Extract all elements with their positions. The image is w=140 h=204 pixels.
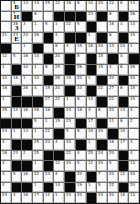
cell-r16-c11[interactable]: 12 — [119, 172, 129, 182]
cell-number: 16 — [2, 86, 7, 90]
cell-r3-c5[interactable]: 4 — [54, 33, 64, 43]
cell-number: 1 — [34, 183, 37, 187]
cell-r8-c10[interactable]: 27 — [108, 86, 118, 96]
cell-number: 4 — [130, 151, 133, 155]
cell-number: 2 — [23, 151, 26, 155]
cell-r10-c6[interactable]: 24 — [65, 108, 75, 118]
cell-r13-c6[interactable]: 20 — [65, 140, 75, 150]
cell-number: 16 — [2, 151, 7, 155]
cell-r12-c11[interactable]: 19 — [119, 129, 129, 139]
cell-r11-c6[interactable]: 23 — [65, 119, 75, 129]
cell-number: 16 — [23, 193, 28, 197]
cell-r14-c10[interactable]: 20 — [108, 151, 118, 161]
cell-number: 1 — [88, 140, 91, 144]
cell-r17-c3[interactable]: 1 — [33, 183, 43, 193]
cell-r18-c4[interactable]: 12 — [44, 193, 54, 203]
cell-r8-c9[interactable]: 22 — [97, 86, 107, 96]
cell-r10-c9[interactable]: 8 — [97, 108, 107, 118]
cell-r13-c0[interactable]: 4 — [1, 140, 11, 150]
cell-number: 10 — [77, 86, 82, 90]
cell-r12-c7[interactable]: 8 — [76, 129, 86, 139]
cell-number: 10 — [34, 76, 39, 80]
cell-r9-c5[interactable]: 22 — [54, 97, 64, 107]
cell-r7-c2[interactable]: 1 — [22, 76, 32, 86]
cell-r4-c9[interactable]: 20 — [97, 44, 107, 54]
cell-r6-c12[interactable]: 26 — [129, 65, 139, 75]
cell-r0-c0[interactable] — [1, 1, 11, 11]
cell-r1-c4[interactable] — [44, 12, 54, 22]
cell-r9-c4[interactable]: 27 — [44, 97, 54, 107]
cell-number: 20 — [130, 172, 135, 176]
cell-number: 1 — [55, 193, 58, 197]
cell-number: 16 — [23, 54, 28, 58]
cell-r1-c12[interactable]: 26 — [129, 12, 139, 22]
cell-r12-c3[interactable]: 1 — [33, 129, 43, 139]
cell-number: 8 — [77, 129, 80, 133]
cell-r5-c3[interactable]: 14 — [33, 54, 43, 64]
cell-r6-c10[interactable]: 4 — [108, 65, 118, 75]
cell-r4-c7[interactable]: 15 — [76, 44, 86, 54]
cell-number: 20 — [109, 172, 114, 176]
cell-r10-c4[interactable]: 16 — [44, 108, 54, 118]
cell-r4-c1[interactable] — [12, 44, 22, 54]
cell-number: 25 — [55, 65, 60, 69]
cell-number: 22 — [109, 183, 114, 187]
cell-r18-c9[interactable]: 24 — [97, 193, 107, 203]
cell-number: 20 — [109, 193, 114, 197]
cell-r0-c11[interactable]: 6 — [119, 1, 129, 11]
cell-r2-c3[interactable]: 1 — [33, 22, 43, 32]
cell-r16-c2[interactable]: 16 — [22, 172, 32, 182]
cell-r16-c10[interactable]: 20 — [108, 172, 118, 182]
cell-r7-c8[interactable]: 1 — [87, 76, 97, 86]
cell-r18-c11[interactable]: 16 — [119, 193, 129, 203]
cell-number: 15 — [45, 86, 50, 90]
cell-r14-c8[interactable]: 25 — [87, 151, 97, 161]
cell-r6-c9[interactable]: 15 — [97, 65, 107, 75]
cell-r17-c10[interactable]: 22 — [108, 183, 118, 193]
cell-r0-c6[interactable]: 16 — [65, 1, 75, 11]
cell-number: 1 — [13, 129, 16, 133]
cell-number: 26 — [55, 76, 60, 80]
cell-r0-c7[interactable]: 8 — [76, 1, 86, 11]
cell-r16-c3[interactable]: 22 — [33, 172, 43, 182]
cell-r0-c9[interactable]: 20 — [97, 1, 107, 11]
cell-r15-c7[interactable]: 5 — [76, 161, 86, 171]
cell-r15-c3[interactable]: 1 — [33, 161, 43, 171]
cell-number: 26 — [77, 65, 82, 69]
cell-r8-c5[interactable]: 20 — [54, 86, 64, 96]
black-cell-r14-c11 — [119, 151, 129, 161]
cell-r2-c7[interactable]: 5 — [76, 22, 86, 32]
cell-number: 6 — [120, 1, 123, 5]
cell-number: 13 — [109, 44, 114, 48]
cell-r7-c5[interactable]: 26 — [54, 76, 64, 86]
black-cell-r5-c10 — [108, 54, 118, 64]
cell-r2-c6[interactable]: 22 — [65, 22, 75, 32]
cell-number: 4 — [130, 108, 133, 112]
cell-number: 16 — [77, 108, 82, 112]
cell-r12-c9[interactable]: 20 — [97, 129, 107, 139]
cell-r4-c4[interactable] — [44, 44, 54, 54]
cell-r15-c5[interactable]: 12 — [54, 161, 64, 171]
cell-number: 20 — [109, 76, 114, 80]
cell-r18-c6[interactable]: 23 — [65, 193, 75, 203]
cell-r13-c4[interactable]: 20 — [44, 140, 54, 150]
cell-r4-c12[interactable]: 1 — [129, 44, 139, 54]
cell-r12-c12[interactable] — [129, 129, 139, 139]
cell-r16-c0[interactable]: 3 — [1, 172, 11, 182]
cell-r17-c5[interactable]: 14 — [54, 183, 64, 193]
cell-r12-c0[interactable]: 24 — [1, 129, 11, 139]
cell-r9-c12[interactable]: 19 — [129, 97, 139, 107]
cell-number: 4 — [120, 54, 123, 58]
cell-r10-c1[interactable]: 12 — [12, 108, 22, 118]
cell-r9-c6[interactable]: 1 — [65, 97, 75, 107]
cell-r7-c3[interactable]: 10 — [33, 76, 43, 86]
cell-r1-c10[interactable]: 8 — [108, 12, 118, 22]
black-cell-r11-c0 — [1, 119, 11, 129]
cell-r3-c0[interactable]: 21 — [1, 33, 11, 43]
cell-r6-c0[interactable]: 1 — [1, 65, 11, 75]
black-cell-r17-c11 — [119, 183, 129, 193]
cell-number: 1 — [2, 97, 5, 101]
cell-r11-c10[interactable]: 11 — [108, 119, 118, 129]
cell-r11-c4[interactable]: 1 — [44, 119, 54, 129]
black-cell-r1-c5 — [54, 12, 64, 22]
cell-number: 26 — [23, 86, 28, 90]
cell-r18-c0[interactable]: 24 — [1, 193, 11, 203]
cell-r3-c1[interactable]: 23Е — [12, 33, 22, 43]
cell-r10-c12[interactable]: 4 — [129, 108, 139, 118]
cell-r8-c0[interactable]: 16 — [1, 86, 11, 96]
cell-r0-c12[interactable]: 13 — [129, 1, 139, 11]
cell-number: 2 — [130, 119, 133, 123]
cell-r17-c12[interactable]: 20 — [129, 183, 139, 193]
black-cell-r6-c1 — [12, 65, 22, 75]
cell-number: 1 — [55, 22, 58, 26]
cell-r5-c7[interactable]: 5 — [76, 54, 86, 64]
cell-number: 23 — [45, 172, 50, 176]
cell-r4-c8[interactable]: 16 — [87, 44, 97, 54]
black-cell-r5-c12 — [129, 54, 139, 64]
cell-r15-c0[interactable]: 4 — [1, 161, 11, 171]
cell-r9-c8[interactable]: 14 — [87, 97, 97, 107]
cell-r6-c7[interactable]: 26 — [76, 65, 86, 75]
black-cell-r1-c6 — [65, 12, 75, 22]
cell-r13-c3[interactable]: 25 — [33, 140, 43, 150]
cell-r15-c10[interactable]: 5 — [108, 161, 118, 171]
cell-r16-c9[interactable]: 7 — [97, 172, 107, 182]
cell-number: 13 — [23, 1, 28, 5]
cell-r0-c10[interactable]: 22 — [108, 1, 118, 11]
cell-number: 27 — [109, 86, 114, 90]
black-cell-r6-c6 — [65, 65, 75, 75]
cell-number: 1 — [2, 65, 5, 69]
cell-number: 17 — [88, 119, 93, 123]
cell-number: 5 — [109, 161, 112, 165]
cell-r16-c5[interactable]: 4 — [54, 172, 64, 182]
cell-r17-c0[interactable]: 4 — [1, 183, 11, 193]
cell-number: 16 — [109, 140, 114, 144]
cell-r2-c1[interactable]: 26З — [12, 22, 22, 32]
cell-number: 21 — [2, 33, 7, 37]
cell-number: 24 — [98, 193, 103, 197]
cell-r2-c5[interactable]: 1 — [54, 22, 64, 32]
cell-r7-c6[interactable]: 15 — [65, 76, 75, 86]
cell-number: 5 — [13, 172, 16, 176]
cell-r4-c10[interactable]: 13 — [108, 44, 118, 54]
cell-r2-c12[interactable]: 14 — [129, 22, 139, 32]
black-cell-r9-c3 — [33, 97, 43, 107]
cell-r18-c12[interactable]: 12 — [129, 193, 139, 203]
cell-number: 20 — [66, 161, 71, 165]
cell-r15-c12[interactable]: 12 — [129, 161, 139, 171]
cell-r12-c4[interactable]: 22 — [44, 129, 54, 139]
cell-r5-c1[interactable]: 5 — [12, 54, 22, 64]
cell-r6-c5[interactable]: 25 — [54, 65, 64, 75]
cell-number: 20 — [77, 172, 82, 176]
black-cell-r9-c9 — [97, 97, 107, 107]
cell-number: 8 — [55, 44, 58, 48]
cell-r15-c8[interactable]: 12 — [87, 161, 97, 171]
cell-letter: Е — [12, 36, 22, 43]
cell-r4-c5[interactable]: 8 — [54, 44, 64, 54]
cell-r17-c8[interactable]: 1 — [87, 183, 97, 193]
cell-r18-c2[interactable]: 16 — [22, 193, 32, 203]
cell-r3-c10[interactable]: 8 — [108, 33, 118, 43]
cell-number: 15 — [55, 119, 60, 123]
cell-number: 8 — [98, 108, 101, 112]
cell-r13-c12[interactable]: 3 — [129, 140, 139, 150]
cell-r14-c12[interactable]: 4 — [129, 151, 139, 161]
cell-r11-c12[interactable]: 2 — [129, 119, 139, 129]
cell-number: 16 — [88, 44, 93, 48]
cell-r9-c7[interactable]: 8 — [76, 97, 86, 107]
black-cell-r6-c8 — [87, 65, 97, 75]
cell-r13-c8[interactable]: 1 — [87, 140, 97, 150]
black-cell-r2-c8 — [87, 22, 97, 32]
black-cell-r5-c8 — [87, 54, 97, 64]
black-cell-r8-c6 — [65, 86, 75, 96]
cell-number: 27 — [45, 97, 50, 101]
cell-r4-c6[interactable]: 4 — [65, 44, 75, 54]
cell-r11-c11[interactable]: 8 — [119, 119, 129, 129]
cell-r0-c1[interactable]: 5Б — [12, 1, 22, 11]
black-cell-r11-c1 — [12, 119, 22, 129]
black-cell-r13-c7 — [76, 140, 86, 150]
cell-r15-c6[interactable]: 20 — [65, 161, 75, 171]
cell-r2-c10[interactable]: 16 — [108, 22, 118, 32]
cell-r0-c8[interactable]: 10 — [87, 1, 97, 11]
cell-r7-c7[interactable]: 20 — [76, 76, 86, 86]
black-cell-r15-c4 — [44, 161, 54, 171]
cell-r3-c12[interactable]: 19 — [129, 33, 139, 43]
cell-r8-c3[interactable]: 4 — [33, 86, 43, 96]
cell-r10-c3[interactable]: 26 — [33, 108, 43, 118]
cell-r18-c7[interactable]: 20 — [76, 193, 86, 203]
cell-r18-c3[interactable]: 17 — [33, 193, 43, 203]
cell-r2-c9[interactable] — [97, 22, 107, 32]
cell-number: 11 — [109, 119, 114, 123]
cell-r5-c9[interactable]: 15 — [97, 54, 107, 64]
cell-number: 14 — [34, 54, 39, 58]
cell-r14-c6[interactable]: 22 — [65, 151, 75, 161]
black-cell-r17-c4 — [44, 183, 54, 193]
cell-r3-c2[interactable]: 24 — [22, 33, 32, 43]
cell-r13-c10[interactable]: 16 — [108, 140, 118, 150]
cell-r18-c10[interactable]: 20 — [108, 193, 118, 203]
cell-r10-c0[interactable]: 25 — [1, 108, 11, 118]
cell-r1-c0[interactable] — [1, 12, 11, 22]
cell-number: 20 — [77, 76, 82, 80]
cell-number: 12 — [45, 193, 50, 197]
cell-r10-c10[interactable]: 20 — [108, 108, 118, 118]
cell-r13-c11[interactable]: 17 — [119, 140, 129, 150]
cell-r10-c2[interactable]: 16 — [22, 108, 32, 118]
cell-r7-c0[interactable]: 10 — [1, 76, 11, 86]
cell-number: 15 — [77, 44, 82, 48]
cell-number: 8 — [77, 97, 80, 101]
cell-r17-c9[interactable]: 5 — [97, 183, 107, 193]
cell-r3-c3[interactable]: 26 — [33, 33, 43, 43]
cell-r1-c1[interactable]: 7И — [12, 12, 22, 22]
cell-r14-c9[interactable]: 24 — [97, 151, 107, 161]
cell-r16-c4[interactable]: 23 — [44, 172, 54, 182]
cell-number: 4 — [55, 140, 58, 144]
cell-r11-c3[interactable]: 5 — [33, 119, 43, 129]
cell-r2-c2[interactable]: 3 — [22, 22, 32, 32]
cell-r6-c4[interactable]: 8 — [44, 65, 54, 75]
cell-r12-c1[interactable]: 1 — [12, 129, 22, 139]
cell-r16-c1[interactable]: 5 — [12, 172, 22, 182]
cell-number: 1 — [23, 44, 26, 48]
cell-r1-c3[interactable]: 8 — [33, 12, 43, 22]
cell-number: 15 — [98, 65, 103, 69]
cell-r8-c12[interactable]: 15 — [129, 86, 139, 96]
cell-number: 4 — [13, 193, 16, 197]
cell-number: 12 — [13, 108, 18, 112]
cell-number: 26 — [34, 108, 39, 112]
cell-number: 20 — [55, 54, 60, 58]
cell-r8-c4[interactable]: 15 — [44, 86, 54, 96]
cell-r10-c11[interactable]: 13 — [119, 108, 129, 118]
cell-r12-c8[interactable]: 19 — [87, 129, 97, 139]
cell-number: 1 — [34, 22, 37, 26]
cell-r16-c7[interactable]: 20 — [76, 172, 86, 182]
cell-r7-c10[interactable]: 20 — [108, 76, 118, 86]
black-cell-r11-c9 — [97, 119, 107, 129]
cell-r10-c7[interactable]: 16 — [76, 108, 86, 118]
cell-r0-c3[interactable]: 14 — [33, 1, 43, 11]
cell-number: 26 — [130, 12, 135, 16]
cell-r5-c0[interactable]: 12 — [1, 54, 11, 64]
cell-r8-c2[interactable]: 26 — [22, 86, 32, 96]
cell-r14-c7[interactable]: 4 — [76, 151, 86, 161]
cell-r11-c8[interactable]: 17 — [87, 119, 97, 129]
cell-number: 20 — [98, 1, 103, 5]
cell-r12-c2[interactable]: 13 — [22, 129, 32, 139]
cell-r18-c5[interactable]: 1 — [54, 193, 64, 203]
cell-number: 20 — [98, 44, 103, 48]
cell-number: 16 — [109, 22, 114, 26]
cell-number: 4 — [66, 44, 69, 48]
black-cell-r17-c1 — [12, 183, 22, 193]
cell-number: 4 — [55, 172, 58, 176]
cell-r14-c3[interactable]: 25 — [33, 151, 43, 161]
cell-number: 10 — [88, 1, 93, 5]
cell-r7-c1[interactable]: 16 — [12, 76, 22, 86]
cell-number: 10 — [2, 76, 7, 80]
cell-r16-c12[interactable]: 20 — [129, 172, 139, 182]
cell-r12-c6[interactable]: 5 — [65, 129, 75, 139]
cell-r8-c7[interactable]: 10 — [76, 86, 86, 96]
cell-r5-c5[interactable]: 20 — [54, 54, 64, 64]
cell-r17-c7[interactable]: 19 — [76, 183, 86, 193]
cell-number: 8 — [109, 33, 112, 37]
black-cell-r15-c2 — [22, 161, 32, 171]
cell-r3-c8[interactable]: 1 — [87, 33, 97, 43]
cell-number: 5 — [34, 119, 37, 123]
cell-r2-c11[interactable]: 1 — [119, 22, 129, 32]
cell-r8-c11[interactable]: 8 — [119, 86, 129, 96]
black-cell-r11-c2 — [22, 119, 32, 129]
cell-r0-c2[interactable]: 13 — [22, 1, 32, 11]
cell-r5-c11[interactable]: 4 — [119, 54, 129, 64]
black-cell-r16-c6 — [65, 172, 75, 182]
cell-r7-c12[interactable]: 20 — [129, 76, 139, 86]
cell-r0-c5[interactable]: 12 — [54, 1, 64, 11]
cell-number: 7 — [98, 172, 101, 176]
cell-number: 25 — [34, 151, 39, 155]
cell-r13-c5[interactable]: 4 — [54, 140, 64, 150]
cell-r1-c8[interactable]: 23 — [87, 12, 97, 22]
cell-number: 12 — [55, 161, 60, 165]
cell-r9-c10[interactable]: 22 — [108, 97, 118, 107]
cell-r6-c3[interactable]: 1 — [33, 65, 43, 75]
cell-r18-c1[interactable]: 4 — [12, 193, 22, 203]
cell-number: 22 — [34, 172, 39, 176]
cell-number: 22 — [109, 1, 114, 5]
cell-r14-c0[interactable]: 16 — [1, 151, 11, 161]
cell-number: 3 — [23, 22, 26, 26]
cell-r5-c2[interactable]: 16 — [22, 54, 32, 64]
cell-r9-c0[interactable]: 1 — [1, 97, 11, 107]
cell-r14-c2[interactable]: 2 — [22, 151, 32, 161]
cell-r11-c5[interactable]: 15 — [54, 119, 64, 129]
cell-r0-c4[interactable]: 25 — [44, 1, 54, 11]
cell-r15-c9[interactable]: 20 — [97, 161, 107, 171]
cell-number: 10 — [23, 65, 28, 69]
cell-number: 22 — [55, 97, 60, 101]
cell-number: 5 — [98, 183, 101, 187]
cell-r4-c11[interactable]: 24 — [119, 44, 129, 54]
cell-r6-c11[interactable]: 8 — [119, 65, 129, 75]
cell-r4-c2[interactable]: 1 — [22, 44, 32, 54]
cell-r6-c2[interactable]: 10 — [22, 65, 32, 75]
cell-number: 19 — [88, 129, 93, 133]
cell-number: 4 — [2, 183, 5, 187]
cell-number: 1 — [34, 129, 37, 133]
cell-number: 24 — [98, 151, 103, 155]
black-cell-r3-c7 — [76, 33, 86, 43]
cell-number: 22 — [109, 97, 114, 101]
cell-r2-c0[interactable] — [1, 22, 11, 32]
cell-r2-c4[interactable]: 5 — [44, 22, 54, 32]
cell-r14-c1[interactable]: 23 — [12, 151, 22, 161]
cell-number: 24 — [2, 129, 7, 133]
cell-r10-c8[interactable]: 4 — [87, 108, 97, 118]
